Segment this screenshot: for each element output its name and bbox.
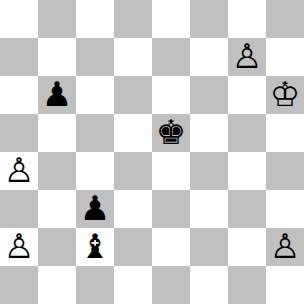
square-f1[interactable]	[190, 266, 228, 304]
white-king-h6: ♔	[270, 76, 300, 113]
square-b6[interactable]: ♟	[38, 76, 76, 114]
square-a3[interactable]	[0, 190, 38, 228]
square-d5[interactable]	[114, 114, 152, 152]
square-h4[interactable]	[266, 152, 304, 190]
square-e5[interactable]: ♚	[152, 114, 190, 152]
square-g2[interactable]	[228, 228, 266, 266]
square-b2[interactable]	[38, 228, 76, 266]
square-f3[interactable]	[190, 190, 228, 228]
square-h6[interactable]: ♔	[266, 76, 304, 114]
chess-diagram: ♙♟♔♚♙♟♙♝♙	[0, 0, 304, 304]
square-g6[interactable]	[228, 76, 266, 114]
square-b7[interactable]	[38, 38, 76, 76]
square-a6[interactable]	[0, 76, 38, 114]
square-c4[interactable]	[76, 152, 114, 190]
square-a2[interactable]: ♙	[0, 228, 38, 266]
square-c1[interactable]	[76, 266, 114, 304]
square-h2[interactable]: ♙	[266, 228, 304, 266]
square-c6[interactable]	[76, 76, 114, 114]
square-e1[interactable]	[152, 266, 190, 304]
square-c2[interactable]: ♝	[76, 228, 114, 266]
square-e7[interactable]	[152, 38, 190, 76]
square-c3[interactable]: ♟	[76, 190, 114, 228]
square-e2[interactable]	[152, 228, 190, 266]
square-e8[interactable]	[152, 0, 190, 38]
square-f2[interactable]	[190, 228, 228, 266]
square-d4[interactable]	[114, 152, 152, 190]
square-d7[interactable]	[114, 38, 152, 76]
black-pawn-c3: ♟	[80, 190, 110, 227]
square-d8[interactable]	[114, 0, 152, 38]
square-g5[interactable]	[228, 114, 266, 152]
square-f7[interactable]	[190, 38, 228, 76]
square-d3[interactable]	[114, 190, 152, 228]
square-g3[interactable]	[228, 190, 266, 228]
square-a8[interactable]	[0, 0, 38, 38]
square-f6[interactable]	[190, 76, 228, 114]
square-g8[interactable]	[228, 0, 266, 38]
square-b4[interactable]	[38, 152, 76, 190]
square-e6[interactable]	[152, 76, 190, 114]
square-g1[interactable]	[228, 266, 266, 304]
black-bishop-c2: ♝	[80, 228, 110, 265]
white-pawn-g7: ♙	[232, 38, 262, 75]
square-h1[interactable]	[266, 266, 304, 304]
square-b1[interactable]	[38, 266, 76, 304]
square-h5[interactable]	[266, 114, 304, 152]
square-e4[interactable]	[152, 152, 190, 190]
square-d2[interactable]	[114, 228, 152, 266]
square-b8[interactable]	[38, 0, 76, 38]
square-a7[interactable]	[0, 38, 38, 76]
square-d1[interactable]	[114, 266, 152, 304]
square-g4[interactable]	[228, 152, 266, 190]
square-f4[interactable]	[190, 152, 228, 190]
square-a4[interactable]: ♙	[0, 152, 38, 190]
square-d6[interactable]	[114, 76, 152, 114]
square-c7[interactable]	[76, 38, 114, 76]
square-g7[interactable]: ♙	[228, 38, 266, 76]
square-h7[interactable]	[266, 38, 304, 76]
square-c5[interactable]	[76, 114, 114, 152]
square-e3[interactable]	[152, 190, 190, 228]
white-pawn-h2: ♙	[270, 228, 300, 265]
square-h8[interactable]	[266, 0, 304, 38]
white-pawn-a2: ♙	[4, 228, 34, 265]
square-f5[interactable]	[190, 114, 228, 152]
square-h3[interactable]	[266, 190, 304, 228]
square-f8[interactable]	[190, 0, 228, 38]
square-a5[interactable]	[0, 114, 38, 152]
square-b5[interactable]	[38, 114, 76, 152]
white-pawn-a4: ♙	[4, 152, 34, 189]
black-king-e5: ♚	[156, 114, 186, 151]
chess-board: ♙♟♔♚♙♟♙♝♙	[0, 0, 304, 304]
black-pawn-b6: ♟	[42, 76, 72, 113]
square-c8[interactable]	[76, 0, 114, 38]
square-a1[interactable]	[0, 266, 38, 304]
square-b3[interactable]	[38, 190, 76, 228]
